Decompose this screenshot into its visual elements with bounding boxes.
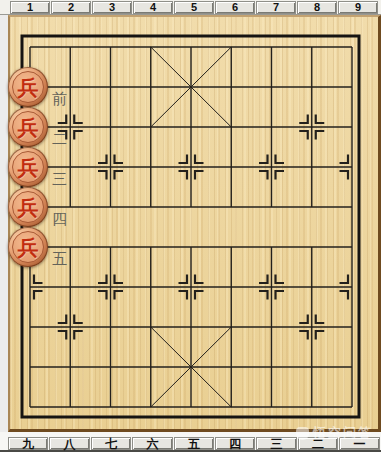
soldier-order-label-3: 三 (52, 171, 67, 186)
top-file-button-7[interactable]: 7 (256, 1, 296, 14)
top-file-button-5[interactable]: 5 (174, 1, 214, 14)
top-file-button-2[interactable]: 2 (51, 1, 91, 14)
soldier-order-label-2: 二 (52, 131, 67, 146)
bottom-file-button-7[interactable]: 三 (256, 437, 296, 450)
top-file-button-8[interactable]: 8 (297, 1, 337, 14)
bottom-file-button-5[interactable]: 五 (174, 437, 214, 450)
top-file-button-9[interactable]: 9 (338, 1, 378, 14)
top-toolbar: 123456789 (0, 0, 381, 15)
bottom-file-button-1[interactable]: 九 (8, 437, 48, 450)
bottom-file-button-9[interactable]: 一 (339, 437, 379, 450)
piece-character: 兵 (18, 77, 39, 98)
piece-red-soldier-1[interactable]: 兵 (8, 67, 48, 107)
piece-face: 兵 (12, 111, 44, 143)
soldier-order-label-5: 五 (52, 251, 67, 266)
piece-red-soldier-5[interactable]: 兵 (8, 227, 48, 267)
piece-face: 兵 (12, 71, 44, 103)
piece-red-soldier-2[interactable]: 兵 (8, 107, 48, 147)
piece-face: 兵 (12, 231, 44, 263)
bottom-file-button-2[interactable]: 八 (49, 437, 89, 450)
bottom-file-button-6[interactable]: 四 (215, 437, 255, 450)
piece-character: 兵 (18, 237, 39, 258)
top-file-button-1[interactable]: 1 (10, 1, 50, 14)
bottom-file-button-4[interactable]: 六 (132, 437, 172, 450)
piece-face: 兵 (12, 151, 44, 183)
piece-red-soldier-3[interactable]: 兵 (8, 147, 48, 187)
piece-character: 兵 (18, 197, 39, 218)
piece-red-soldier-4[interactable]: 兵 (8, 187, 48, 227)
bottom-file-button-3[interactable]: 七 (91, 437, 131, 450)
soldier-order-label-4: 四 (52, 211, 67, 226)
bottom-toolbar: 九八七六五四三二一 (0, 432, 381, 452)
soldier-order-label-1: 前 (52, 91, 67, 106)
top-file-button-3[interactable]: 3 (92, 1, 132, 14)
top-file-button-6[interactable]: 6 (215, 1, 255, 14)
piece-character: 兵 (18, 117, 39, 138)
piece-face: 兵 (12, 191, 44, 223)
bottom-file-button-8[interactable]: 二 (298, 437, 338, 450)
piece-character: 兵 (18, 157, 39, 178)
top-file-button-4[interactable]: 4 (133, 1, 173, 14)
app-window: 123456789 兵前兵二兵三兵四兵五 九八七六五四三二一 悟空问答 (0, 0, 381, 452)
